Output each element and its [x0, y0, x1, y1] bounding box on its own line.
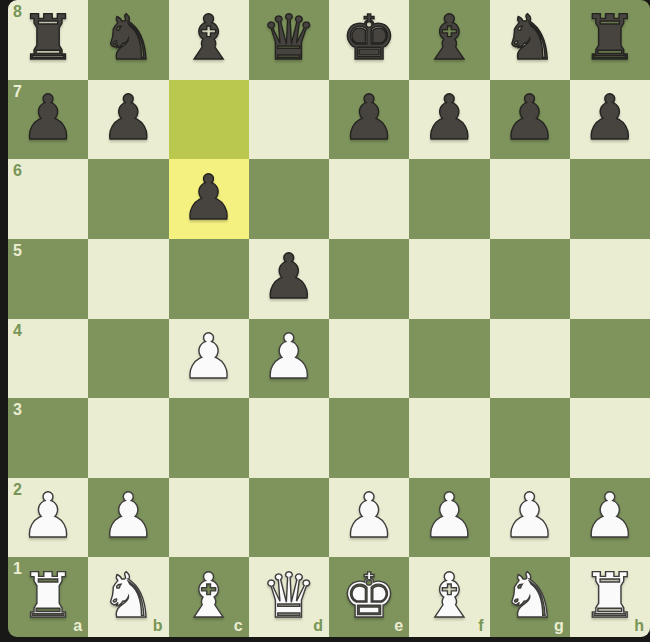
square-g4[interactable]: [490, 319, 570, 399]
piece-black-bishop-c8[interactable]: ♝: [181, 0, 237, 77]
square-c7[interactable]: [169, 80, 249, 160]
file-label-f: f: [478, 618, 483, 634]
square-e2[interactable]: ♟: [329, 478, 409, 558]
square-c6[interactable]: ♟: [169, 159, 249, 239]
piece-white-pawn-f2[interactable]: ♟: [422, 476, 478, 555]
square-d7[interactable]: [249, 80, 329, 160]
page-background: 8♜♞♝♛♚♝♞♜7♟♟♟♟♟♟6♟5♟4♟♟32♟♟♟♟♟♟1a♜b♞c♝d♛…: [0, 0, 650, 642]
square-e4[interactable]: [329, 319, 409, 399]
square-f2[interactable]: ♟: [409, 478, 489, 558]
piece-white-king-e1[interactable]: ♚: [341, 556, 397, 635]
square-c1[interactable]: c♝: [169, 557, 249, 637]
square-b4[interactable]: [88, 319, 168, 399]
square-a5[interactable]: 5: [8, 239, 88, 319]
square-b6[interactable]: [88, 159, 168, 239]
square-a4[interactable]: 4: [8, 319, 88, 399]
piece-white-rook-a1[interactable]: ♜: [20, 556, 76, 635]
square-b7[interactable]: ♟: [88, 80, 168, 160]
piece-black-rook-a8[interactable]: ♜: [20, 0, 76, 77]
square-e6[interactable]: [329, 159, 409, 239]
square-c3[interactable]: [169, 398, 249, 478]
square-b8[interactable]: ♞: [88, 0, 168, 80]
square-a1[interactable]: 1a♜: [8, 557, 88, 637]
square-f7[interactable]: ♟: [409, 80, 489, 160]
square-a6[interactable]: 6: [8, 159, 88, 239]
square-h6[interactable]: [570, 159, 650, 239]
piece-black-knight-b8[interactable]: ♞: [101, 0, 157, 77]
piece-white-pawn-h2[interactable]: ♟: [582, 476, 638, 555]
square-e1[interactable]: e♚: [329, 557, 409, 637]
piece-white-pawn-d4[interactable]: ♟: [261, 317, 317, 396]
square-f5[interactable]: [409, 239, 489, 319]
square-d1[interactable]: d♛: [249, 557, 329, 637]
square-h4[interactable]: [570, 319, 650, 399]
square-d5[interactable]: ♟: [249, 239, 329, 319]
square-c8[interactable]: ♝: [169, 0, 249, 80]
square-g6[interactable]: [490, 159, 570, 239]
square-d4[interactable]: ♟: [249, 319, 329, 399]
square-a2[interactable]: 2♟: [8, 478, 88, 558]
rank-label-5: 5: [13, 243, 22, 259]
square-e7[interactable]: ♟: [329, 80, 409, 160]
square-h8[interactable]: ♜: [570, 0, 650, 80]
square-d6[interactable]: [249, 159, 329, 239]
piece-white-knight-g1[interactable]: ♞: [502, 556, 558, 635]
piece-black-pawn-f7[interactable]: ♟: [422, 78, 478, 157]
square-h1[interactable]: h♜: [570, 557, 650, 637]
piece-black-pawn-b7[interactable]: ♟: [101, 78, 157, 157]
square-c2[interactable]: [169, 478, 249, 558]
piece-black-pawn-a7[interactable]: ♟: [20, 78, 76, 157]
square-h7[interactable]: ♟: [570, 80, 650, 160]
square-a8[interactable]: 8♜: [8, 0, 88, 80]
square-f1[interactable]: f♝: [409, 557, 489, 637]
square-e5[interactable]: [329, 239, 409, 319]
square-h2[interactable]: ♟: [570, 478, 650, 558]
piece-white-queen-d1[interactable]: ♛: [261, 556, 317, 635]
piece-white-pawn-b2[interactable]: ♟: [101, 476, 157, 555]
piece-white-bishop-f1[interactable]: ♝: [422, 556, 478, 635]
square-f4[interactable]: [409, 319, 489, 399]
piece-black-pawn-h7[interactable]: ♟: [582, 78, 638, 157]
piece-black-queen-d8[interactable]: ♛: [261, 0, 317, 77]
piece-black-king-e8[interactable]: ♚: [341, 0, 397, 77]
piece-white-pawn-c4[interactable]: ♟: [181, 317, 237, 396]
square-c4[interactable]: ♟: [169, 319, 249, 399]
rank-label-3: 3: [13, 402, 22, 418]
piece-white-pawn-g2[interactable]: ♟: [502, 476, 558, 555]
square-c5[interactable]: [169, 239, 249, 319]
square-a3[interactable]: 3: [8, 398, 88, 478]
square-g1[interactable]: g♞: [490, 557, 570, 637]
piece-black-pawn-e7[interactable]: ♟: [341, 78, 397, 157]
square-g8[interactable]: ♞: [490, 0, 570, 80]
square-d3[interactable]: [249, 398, 329, 478]
square-g2[interactable]: ♟: [490, 478, 570, 558]
rank-label-4: 4: [13, 323, 22, 339]
square-g3[interactable]: [490, 398, 570, 478]
square-g7[interactable]: ♟: [490, 80, 570, 160]
square-b2[interactable]: ♟: [88, 478, 168, 558]
square-e3[interactable]: [329, 398, 409, 478]
piece-black-pawn-d5[interactable]: ♟: [261, 237, 317, 316]
piece-black-knight-g8[interactable]: ♞: [502, 0, 558, 77]
piece-white-rook-h1[interactable]: ♜: [582, 556, 638, 635]
square-d2[interactable]: [249, 478, 329, 558]
square-b3[interactable]: [88, 398, 168, 478]
piece-black-pawn-c6[interactable]: ♟: [181, 158, 237, 237]
square-h5[interactable]: [570, 239, 650, 319]
square-h3[interactable]: [570, 398, 650, 478]
square-g5[interactable]: [490, 239, 570, 319]
square-b1[interactable]: b♞: [88, 557, 168, 637]
square-f3[interactable]: [409, 398, 489, 478]
square-f8[interactable]: ♝: [409, 0, 489, 80]
piece-white-pawn-a2[interactable]: ♟: [20, 476, 76, 555]
piece-black-bishop-f8[interactable]: ♝: [422, 0, 478, 77]
square-f6[interactable]: [409, 159, 489, 239]
piece-black-rook-h8[interactable]: ♜: [582, 0, 638, 77]
square-a7[interactable]: 7♟: [8, 80, 88, 160]
square-b5[interactable]: [88, 239, 168, 319]
square-e8[interactable]: ♚: [329, 0, 409, 80]
piece-black-pawn-g7[interactable]: ♟: [502, 78, 558, 157]
rank-label-6: 6: [13, 163, 22, 179]
square-d8[interactable]: ♛: [249, 0, 329, 80]
piece-white-pawn-e2[interactable]: ♟: [341, 476, 397, 555]
chess-board: 8♜♞♝♛♚♝♞♜7♟♟♟♟♟♟6♟5♟4♟♟32♟♟♟♟♟♟1a♜b♞c♝d♛…: [8, 0, 650, 637]
piece-white-bishop-c1[interactable]: ♝: [181, 556, 237, 635]
piece-white-knight-b1[interactable]: ♞: [101, 556, 157, 635]
